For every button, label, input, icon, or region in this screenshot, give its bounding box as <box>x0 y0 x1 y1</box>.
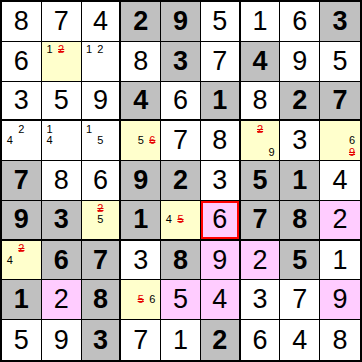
cell-r4c6[interactable]: 8 <box>201 121 241 161</box>
cell-value: 4 <box>253 48 268 75</box>
cell-r2c8[interactable]: 9 <box>280 42 320 82</box>
pencil-mark-1: 1 <box>44 44 56 55</box>
cell-r2c9[interactable]: 5 <box>320 42 360 82</box>
pencil-mark-9-eliminated: 9 <box>346 147 358 158</box>
cell-r1c3[interactable]: 4 <box>82 2 122 42</box>
cell-value: 3 <box>253 286 268 313</box>
cell-r4c5[interactable]: 7 <box>161 121 201 161</box>
cell-value: 3 <box>292 127 307 154</box>
cell-r7c4[interactable]: 3 <box>121 241 161 281</box>
cell-value: 5 <box>54 87 69 114</box>
pencil-mark-1: 1 <box>84 44 95 55</box>
cell-r9c8[interactable]: 4 <box>280 320 320 360</box>
pencil-mark-6-eliminated: 6 <box>147 135 159 146</box>
cell-value: 8 <box>212 127 227 154</box>
cell-value: 6 <box>14 48 29 75</box>
cell-r6c5[interactable]: 45 <box>161 201 201 241</box>
cell-r4c2[interactable]: 14 <box>42 121 82 161</box>
cell-value: 1 <box>173 327 188 354</box>
cell-r9c6[interactable]: 2 <box>201 320 241 360</box>
cell-r7c3[interactable]: 7 <box>82 241 122 281</box>
cell-r2c1[interactable]: 6 <box>2 42 42 82</box>
cell-r3c5[interactable]: 6 <box>161 82 201 122</box>
cell-value: 8 <box>93 286 108 313</box>
cell-value: 6 <box>253 327 268 354</box>
cell-value: 7 <box>212 48 227 75</box>
cell-value: 7 <box>253 206 268 233</box>
cell-value: 9 <box>292 48 307 75</box>
cell-r4c1[interactable]: 24 <box>2 121 42 161</box>
cell-value: 3 <box>54 206 69 233</box>
pencil-mark-2: 2 <box>16 124 28 135</box>
cell-r2c6[interactable]: 7 <box>201 42 241 82</box>
cell-value: 8 <box>292 206 307 233</box>
cell-value: 3 <box>14 87 29 114</box>
cell-r2c4[interactable]: 8 <box>121 42 161 82</box>
cell-r6c8[interactable]: 8 <box>280 201 320 241</box>
cell-value: 5 <box>212 8 227 35</box>
cell-r6c6[interactable]: 6 <box>201 201 241 241</box>
cell-value: 2 <box>54 286 69 313</box>
pencil-mark-5-eliminated: 5 <box>175 214 187 225</box>
cell-r8c4[interactable]: 56 <box>121 280 161 320</box>
cell-value: 5 <box>14 327 29 354</box>
cell-r2c7[interactable]: 4 <box>241 42 281 82</box>
cell-value: 1 <box>133 206 148 233</box>
cell-r2c3[interactable]: 12 <box>82 42 122 82</box>
cell-value: 5 <box>253 167 268 194</box>
sudoku-board: 8742951636121283749535946182724141556782… <box>0 0 362 362</box>
pencil-mark-5: 5 <box>95 214 106 225</box>
cell-r7c5[interactable]: 8 <box>161 241 201 281</box>
cell-r9c7[interactable]: 6 <box>241 320 281 360</box>
cell-r7c2[interactable]: 6 <box>42 241 82 281</box>
cell-r3c2[interactable]: 5 <box>42 82 82 122</box>
cell-r1c9[interactable]: 3 <box>320 2 360 42</box>
cell-r5c4[interactable]: 9 <box>121 161 161 201</box>
cell-r6c1[interactable]: 9 <box>2 201 42 241</box>
cell-r3c1[interactable]: 3 <box>2 82 42 122</box>
cell-value: 7 <box>54 8 69 35</box>
cell-value: 6 <box>173 87 188 114</box>
cell-value: 7 <box>93 247 108 274</box>
cell-r3c8[interactable]: 2 <box>280 82 320 122</box>
cell-value: 1 <box>212 87 227 114</box>
cell-value: 3 <box>133 247 148 274</box>
pencil-mark-2-eliminated: 2 <box>16 243 28 254</box>
cell-value: 7 <box>333 87 348 114</box>
cell-value: 4 <box>93 8 108 35</box>
pencil-mark-5: 5 <box>95 135 106 146</box>
cell-r5c5[interactable]: 2 <box>161 161 201 201</box>
pencil-mark-5: 5 <box>135 135 147 146</box>
cell-r9c5[interactable]: 1 <box>161 320 201 360</box>
cell-r5c1[interactable]: 7 <box>2 161 42 201</box>
cell-r7c7[interactable]: 2 <box>241 241 281 281</box>
cell-r3c7[interactable]: 8 <box>241 82 281 122</box>
cell-r8c6[interactable]: 4 <box>201 280 241 320</box>
cell-r6c3[interactable]: 25 <box>82 201 122 241</box>
cell-r7c8[interactable]: 5 <box>280 241 320 281</box>
cell-r8c3[interactable]: 8 <box>82 280 122 320</box>
cell-value: 9 <box>54 327 69 354</box>
pencil-mark-2: 2 <box>95 44 106 55</box>
cell-r6c4[interactable]: 1 <box>121 201 161 241</box>
cell-r9c3[interactable]: 3 <box>82 320 122 360</box>
pencil-mark-2-eliminated: 2 <box>55 44 67 55</box>
cell-value: 4 <box>333 167 348 194</box>
cell-value: 2 <box>292 87 307 114</box>
cell-value: 3 <box>212 167 227 194</box>
cell-value: 9 <box>93 87 108 114</box>
cell-r7c6[interactable]: 9 <box>201 241 241 281</box>
cell-r1c6[interactable]: 5 <box>201 2 241 42</box>
cell-r8c8[interactable]: 7 <box>280 280 320 320</box>
cell-value: 9 <box>333 286 348 313</box>
cell-value: 6 <box>292 8 307 35</box>
cell-value: 5 <box>292 247 307 274</box>
cell-value: 8 <box>14 8 29 35</box>
pencil-mark-2-eliminated: 2 <box>254 124 266 135</box>
cell-r4c9[interactable]: 69 <box>320 121 360 161</box>
cell-r8c2[interactable]: 2 <box>42 280 82 320</box>
cell-value: 3 <box>93 327 108 354</box>
cell-value: 1 <box>14 286 29 313</box>
cell-r1c5[interactable]: 9 <box>161 2 201 42</box>
pencil-mark-4: 4 <box>163 214 175 225</box>
cell-value: 3 <box>173 48 188 75</box>
cell-r9c2[interactable]: 9 <box>42 320 82 360</box>
cell-r8c7[interactable]: 3 <box>241 280 281 320</box>
pencil-mark-5-eliminated: 5 <box>135 294 147 305</box>
cell-r9c4[interactable]: 7 <box>121 320 161 360</box>
cell-value: 1 <box>333 247 348 274</box>
cell-value: 4 <box>292 327 307 354</box>
cell-r8c5[interactable]: 5 <box>161 280 201 320</box>
cell-r4c3[interactable]: 15 <box>82 121 122 161</box>
cell-r3c9[interactable]: 7 <box>320 82 360 122</box>
cell-r4c8[interactable]: 3 <box>280 121 320 161</box>
cell-r6c2[interactable]: 3 <box>42 201 82 241</box>
cell-value: 7 <box>133 327 148 354</box>
cell-r9c9[interactable]: 8 <box>320 320 360 360</box>
cell-value: 7 <box>173 127 188 154</box>
cell-r8c1[interactable]: 1 <box>2 280 42 320</box>
cell-r2c5[interactable]: 3 <box>161 42 201 82</box>
cell-value: 7 <box>14 167 29 194</box>
cell-r5c6[interactable]: 3 <box>201 161 241 201</box>
pencil-mark-4: 4 <box>4 255 16 266</box>
cell-r1c2[interactable]: 7 <box>42 2 82 42</box>
cell-value: 2 <box>333 206 348 233</box>
cell-value: 4 <box>212 286 227 313</box>
cell-value: 4 <box>133 87 148 114</box>
cell-value: 7 <box>292 286 307 313</box>
cell-r3c3[interactable]: 9 <box>82 82 122 122</box>
cell-r1c4[interactable]: 2 <box>121 2 161 42</box>
cell-value: 5 <box>333 48 348 75</box>
cell-r9c1[interactable]: 5 <box>2 320 42 360</box>
cell-value: 5 <box>173 286 188 313</box>
cell-r5c9[interactable]: 4 <box>320 161 360 201</box>
cell-r5c8[interactable]: 1 <box>280 161 320 201</box>
cell-r7c1[interactable]: 24 <box>2 241 42 281</box>
cell-value: 6 <box>93 167 108 194</box>
cell-value: 9 <box>133 167 148 194</box>
cell-value: 1 <box>292 167 307 194</box>
cell-r5c2[interactable]: 8 <box>42 161 82 201</box>
cell-r5c3[interactable]: 6 <box>82 161 122 201</box>
cell-value: 9 <box>212 247 227 274</box>
cell-value: 3 <box>333 8 348 35</box>
pencil-mark-6: 6 <box>147 294 159 305</box>
cell-r1c7[interactable]: 1 <box>241 2 281 42</box>
cell-value: 8 <box>133 48 148 75</box>
cell-r6c7[interactable]: 7 <box>241 201 281 241</box>
cell-r1c8[interactable]: 6 <box>280 2 320 42</box>
cell-r4c4[interactable]: 56 <box>121 121 161 161</box>
cell-r2c2[interactable]: 12 <box>42 42 82 82</box>
cell-value: 9 <box>173 8 188 35</box>
cell-value: 2 <box>173 167 188 194</box>
cell-r3c4[interactable]: 4 <box>121 82 161 122</box>
cell-value: 8 <box>173 247 188 274</box>
cell-value: 2 <box>133 8 148 35</box>
cell-r8c9[interactable]: 9 <box>320 280 360 320</box>
cell-r6c9[interactable]: 2 <box>320 201 360 241</box>
cell-r5c7[interactable]: 5 <box>241 161 281 201</box>
cell-r7c9[interactable]: 1 <box>320 241 360 281</box>
pencil-mark-1: 1 <box>84 124 95 135</box>
cell-r4c7[interactable]: 29 <box>241 121 281 161</box>
cell-value: 9 <box>14 206 29 233</box>
cell-value: 8 <box>253 87 268 114</box>
cell-value: 2 <box>212 327 227 354</box>
pencil-mark-4: 4 <box>44 135 56 146</box>
cell-value: 6 <box>212 206 227 233</box>
pencil-mark-9: 9 <box>266 147 278 158</box>
cell-value: 8 <box>333 327 348 354</box>
cell-r1c1[interactable]: 8 <box>2 2 42 42</box>
cell-value: 8 <box>54 167 69 194</box>
pencil-mark-6: 6 <box>346 135 358 146</box>
cell-value: 1 <box>253 8 268 35</box>
cell-value: 2 <box>253 247 268 274</box>
pencil-mark-4: 4 <box>4 135 16 146</box>
cell-value: 6 <box>54 247 69 274</box>
cell-r3c6[interactable]: 1 <box>201 82 241 122</box>
pencil-mark-1: 1 <box>44 124 56 135</box>
